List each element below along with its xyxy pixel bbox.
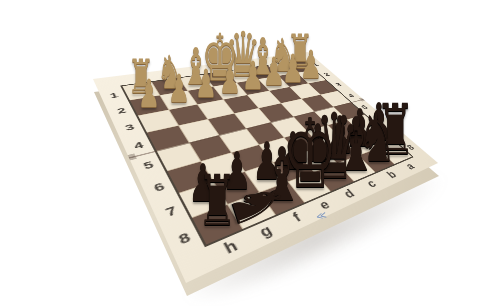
piece-white-pawn-c2[interactable]: ♟ bbox=[263, 52, 285, 91]
piece-white-pawn-g2[interactable]: ♟ bbox=[167, 69, 189, 108]
photo-stage: 1122334455667788hgfedcba ♜♞♝♛♚♝♞♜♟♟♟♟♟♟♟… bbox=[0, 0, 500, 306]
piece-white-pawn-e2[interactable]: ♟ bbox=[219, 60, 241, 99]
piece-white-pawn-f2[interactable]: ♟ bbox=[194, 64, 216, 103]
piece-black-rook-h8[interactable]: ♜ bbox=[197, 166, 237, 236]
piece-white-pawn-h2[interactable]: ♟ bbox=[138, 74, 160, 113]
piece-white-pawn-b2[interactable]: ♟ bbox=[282, 49, 304, 88]
piece-white-pawn-d2[interactable]: ♟ bbox=[242, 56, 264, 95]
pieces-layer: ♜♞♝♛♚♝♞♜♟♟♟♟♟♟♟♟♟♟♟♟♟♟♟♟♜♞♝♛♚♝♞♜ bbox=[0, 0, 500, 306]
